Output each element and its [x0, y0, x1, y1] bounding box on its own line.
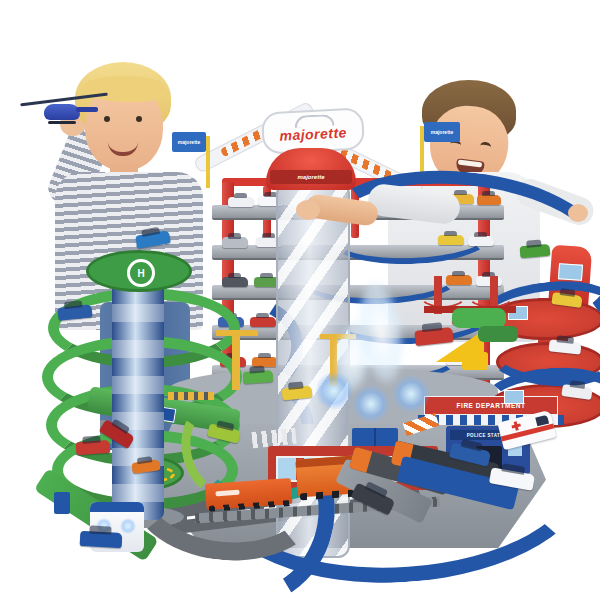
yellow-block: [462, 352, 488, 370]
car-wash-roof: [90, 502, 144, 512]
toy-car: [228, 197, 254, 207]
blue-containers: [352, 428, 398, 448]
elevator-column-left-tower: [112, 268, 164, 520]
toy-car-window: [90, 526, 112, 535]
toy-car: [222, 237, 248, 248]
toy-car-window: [234, 193, 248, 198]
helipad-marking: H: [127, 259, 155, 287]
badge-logo-text: majorette: [268, 122, 359, 147]
flag-pole-left: [206, 136, 210, 188]
helicopter-tail: [76, 107, 98, 112]
toy-car-window: [83, 436, 101, 444]
toy-car-window: [526, 240, 542, 248]
toy-car-window: [288, 382, 304, 390]
toy-helicopter: [14, 88, 124, 132]
toy-car-window: [228, 233, 242, 239]
toy-car: [243, 370, 274, 384]
led-glow-1: [315, 372, 353, 410]
crane-mast-1: [232, 332, 240, 390]
toy-car-window: [422, 322, 442, 332]
toy-car: [76, 440, 111, 455]
helicopter-body: [44, 104, 80, 120]
toy-car-window: [262, 233, 276, 238]
red-tower-window-2: [504, 390, 524, 404]
helicopter-skid: [48, 121, 76, 124]
wagon-wheels: [208, 500, 290, 512]
toy-car: [80, 531, 123, 548]
flag-right: majorette: [424, 122, 460, 142]
bridge-cable-left: [418, 278, 468, 308]
green-platform-2: [478, 326, 518, 342]
yellow-barrier: [168, 392, 214, 400]
crane-arm-1: [216, 330, 258, 336]
toy-car-window: [228, 273, 242, 278]
toy-car-window: [137, 456, 152, 464]
blue-sign-post: [54, 492, 70, 514]
led-glow-2: [352, 385, 390, 423]
green-platform-1: [452, 308, 506, 328]
left-boy-eye-right: [136, 116, 142, 122]
toy-car-window: [559, 288, 575, 296]
right-boy-reach-hand: [296, 200, 320, 220]
toy-car-window: [557, 336, 574, 344]
toy-car: [222, 277, 248, 287]
product-photo: majorette majorette majorette majorette …: [0, 0, 600, 600]
flag-left: majorette: [172, 132, 206, 152]
bridge-cable-right: [466, 278, 516, 308]
helipad: H: [86, 250, 192, 292]
toy-car-window: [142, 227, 161, 237]
car-wash-light-2: [120, 518, 136, 534]
toy-car-window: [249, 366, 265, 373]
right-boy-far-hand: [568, 204, 588, 222]
toy-car-window: [569, 380, 585, 388]
toy-car-window: [64, 300, 82, 309]
ambulance-stripe: [501, 423, 555, 441]
led-glow-3: [392, 375, 430, 413]
elevator-cap-band: majorette: [270, 170, 352, 184]
toy-car-window: [260, 273, 274, 278]
